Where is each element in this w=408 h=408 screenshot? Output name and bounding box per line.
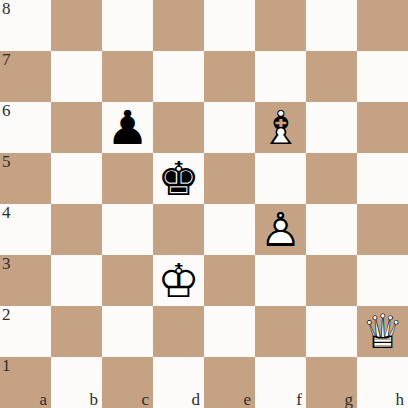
square-h7[interactable] — [357, 51, 408, 102]
square-a5[interactable]: 5 — [0, 153, 51, 204]
piece-white-queen[interactable]: ♛♕ — [357, 306, 408, 357]
square-a3[interactable]: 3 — [0, 255, 51, 306]
piece-white-pawn[interactable]: ♟♙ — [255, 204, 306, 255]
square-e2[interactable] — [204, 306, 255, 357]
square-e1[interactable]: e — [204, 357, 255, 408]
square-d1[interactable]: d — [153, 357, 204, 408]
square-b4[interactable] — [51, 204, 102, 255]
file-label-b: b — [90, 391, 99, 408]
square-h3[interactable] — [357, 255, 408, 306]
square-f8[interactable] — [255, 0, 306, 51]
square-g6[interactable] — [306, 102, 357, 153]
square-g2[interactable] — [306, 306, 357, 357]
rank-label-5: 5 — [2, 152, 11, 172]
square-e5[interactable] — [204, 153, 255, 204]
piece-outline-layer: ♔ — [153, 255, 204, 306]
file-label-d: d — [192, 391, 201, 408]
square-f4[interactable]: ♟♙ — [255, 204, 306, 255]
square-d8[interactable] — [153, 0, 204, 51]
square-a4[interactable]: 4 — [0, 204, 51, 255]
square-e6[interactable] — [204, 102, 255, 153]
rank-label-1: 1 — [2, 356, 11, 376]
rank-label-3: 3 — [2, 254, 11, 274]
square-d2[interactable] — [153, 306, 204, 357]
square-d6[interactable] — [153, 102, 204, 153]
square-f7[interactable] — [255, 51, 306, 102]
square-e4[interactable] — [204, 204, 255, 255]
square-b7[interactable] — [51, 51, 102, 102]
rank-label-2: 2 — [2, 305, 11, 325]
square-d7[interactable] — [153, 51, 204, 102]
square-a1[interactable]: 1a — [0, 357, 51, 408]
square-b3[interactable] — [51, 255, 102, 306]
square-g4[interactable] — [306, 204, 357, 255]
square-d3[interactable]: ♚♔ — [153, 255, 204, 306]
file-label-g: g — [345, 391, 354, 408]
square-h5[interactable] — [357, 153, 408, 204]
square-e7[interactable] — [204, 51, 255, 102]
file-label-c: c — [141, 391, 149, 408]
square-e8[interactable] — [204, 0, 255, 51]
square-f6[interactable]: ♝♗ — [255, 102, 306, 153]
square-a8[interactable]: 8 — [0, 0, 51, 51]
piece-black-pawn[interactable]: ♟ — [106, 104, 148, 151]
square-f3[interactable] — [255, 255, 306, 306]
square-c2[interactable] — [102, 306, 153, 357]
square-h6[interactable] — [357, 102, 408, 153]
square-h8[interactable] — [357, 0, 408, 51]
square-c3[interactable] — [102, 255, 153, 306]
square-h4[interactable] — [357, 204, 408, 255]
piece-white-bishop[interactable]: ♝♗ — [255, 102, 306, 153]
square-g3[interactable] — [306, 255, 357, 306]
square-c4[interactable] — [102, 204, 153, 255]
piece-black-king[interactable]: ♚ — [157, 155, 199, 202]
chess-board: 876♟♝♗5♚4♟♙3♚♔2♛♕1abcdefgh — [0, 0, 408, 408]
square-a2[interactable]: 2 — [0, 306, 51, 357]
square-g1[interactable]: g — [306, 357, 357, 408]
square-b2[interactable] — [51, 306, 102, 357]
rank-label-7: 7 — [2, 50, 11, 70]
square-g5[interactable] — [306, 153, 357, 204]
square-a6[interactable]: 6 — [0, 102, 51, 153]
square-c6[interactable]: ♟ — [102, 102, 153, 153]
square-d5[interactable]: ♚ — [153, 153, 204, 204]
piece-outline-layer: ♕ — [357, 306, 408, 357]
square-d4[interactable] — [153, 204, 204, 255]
file-label-f: f — [296, 391, 302, 408]
square-g8[interactable] — [306, 0, 357, 51]
square-b1[interactable]: b — [51, 357, 102, 408]
piece-outline-layer: ♙ — [255, 204, 306, 255]
square-b8[interactable] — [51, 0, 102, 51]
rank-label-8: 8 — [2, 0, 11, 19]
square-e3[interactable] — [204, 255, 255, 306]
square-f5[interactable] — [255, 153, 306, 204]
square-c7[interactable] — [102, 51, 153, 102]
square-c8[interactable] — [102, 0, 153, 51]
file-label-h: h — [396, 391, 405, 408]
piece-outline-layer: ♗ — [255, 102, 306, 153]
square-h2[interactable]: ♛♕ — [357, 306, 408, 357]
square-f2[interactable] — [255, 306, 306, 357]
file-label-e: e — [243, 391, 251, 408]
square-b5[interactable] — [51, 153, 102, 204]
square-c1[interactable]: c — [102, 357, 153, 408]
square-c5[interactable] — [102, 153, 153, 204]
rank-label-6: 6 — [2, 101, 11, 121]
square-b6[interactable] — [51, 102, 102, 153]
file-label-a: a — [39, 391, 47, 408]
square-f1[interactable]: f — [255, 357, 306, 408]
rank-label-4: 4 — [2, 203, 11, 223]
square-a7[interactable]: 7 — [0, 51, 51, 102]
square-g7[interactable] — [306, 51, 357, 102]
piece-white-king[interactable]: ♚♔ — [153, 255, 204, 306]
square-h1[interactable]: h — [357, 357, 408, 408]
